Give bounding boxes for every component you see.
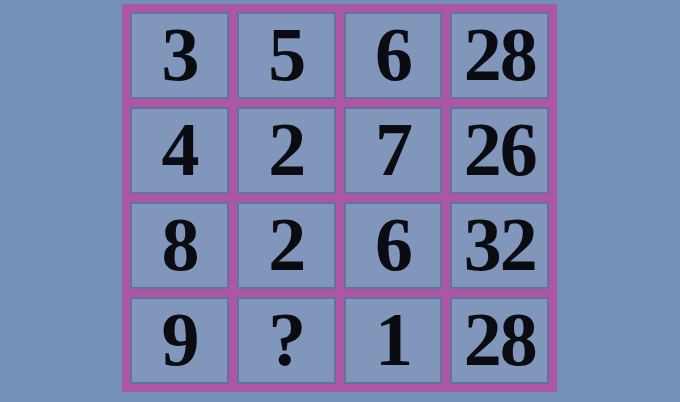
cell-r3c1: 8 [130, 202, 229, 289]
cell-r2c2: 2 [237, 107, 336, 194]
cell-r2c4: 26 [450, 107, 549, 194]
cell-value: 6 [375, 16, 411, 92]
cell-r3c4: 32 [450, 202, 549, 289]
cell-r3c3: 6 [344, 202, 443, 289]
cell-value: 2 [268, 206, 304, 282]
cell-value: 2 [268, 111, 304, 187]
cell-r1c1: 3 [130, 12, 229, 99]
cell-value: 3 [161, 16, 197, 92]
cell-r2c1: 4 [130, 107, 229, 194]
cell-value: 6 [375, 206, 411, 282]
cell-r4c1: 9 [130, 297, 229, 384]
cell-r1c2: 5 [237, 12, 336, 99]
cell-value: 32 [464, 206, 536, 282]
cell-r4c3: 1 [344, 297, 443, 384]
cell-value: 4 [161, 111, 197, 187]
cell-value: 28 [464, 16, 536, 92]
cell-r4c2-missing: ? [237, 297, 336, 384]
cell-r1c3: 6 [344, 12, 443, 99]
cell-value: 8 [161, 206, 197, 282]
cell-r2c3: 7 [344, 107, 443, 194]
cell-value: 26 [464, 111, 536, 187]
cell-r3c2: 2 [237, 202, 336, 289]
cell-value: 1 [375, 301, 411, 377]
puzzle-image: 3 5 6 28 4 2 7 26 8 2 6 32 9 ? 1 28 [0, 0, 680, 402]
cell-value: 9 [161, 301, 197, 377]
cell-value-missing: ? [268, 301, 304, 377]
cell-value: 5 [268, 16, 304, 92]
cell-r1c4: 28 [450, 12, 549, 99]
cell-r4c4: 28 [450, 297, 549, 384]
cell-value: 7 [375, 111, 411, 187]
cell-value: 28 [464, 301, 536, 377]
puzzle-grid: 3 5 6 28 4 2 7 26 8 2 6 32 9 ? 1 28 [122, 4, 557, 392]
